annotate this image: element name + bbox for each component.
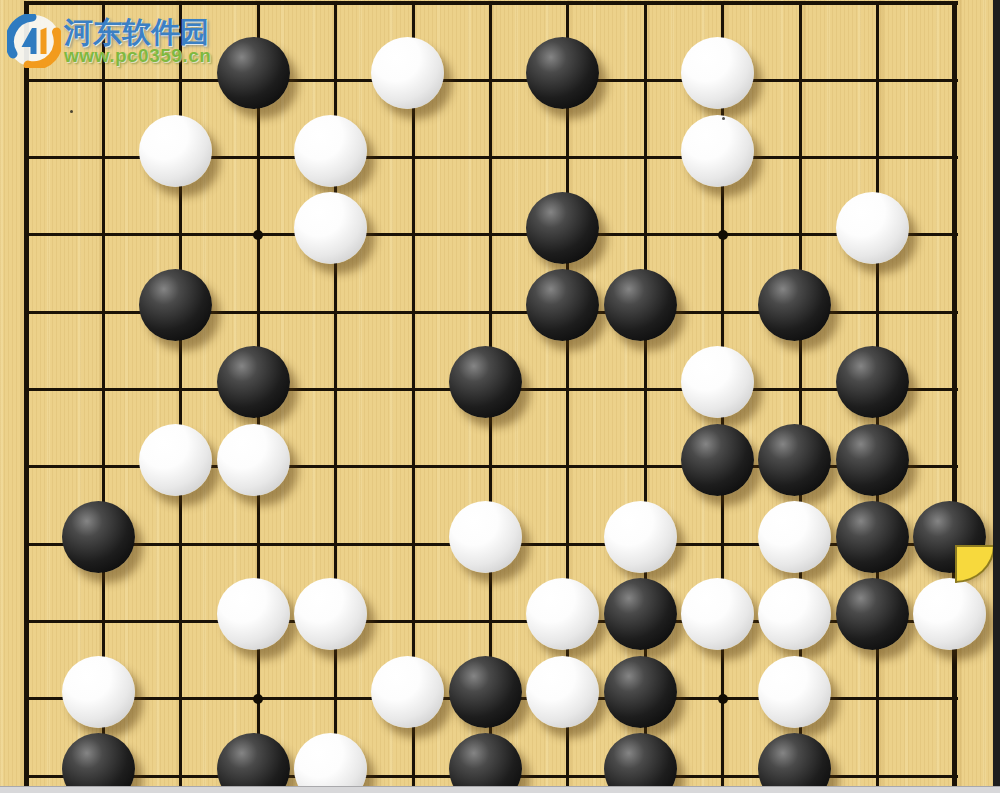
star-point [718, 230, 728, 240]
white-stone [449, 501, 522, 573]
white-stone [758, 656, 831, 728]
black-stone [681, 424, 754, 496]
black-stone [526, 192, 599, 264]
go-board[interactable] [0, 0, 1000, 787]
artifact-dot [722, 117, 725, 120]
black-stone [526, 269, 599, 341]
black-stone [604, 656, 677, 728]
star-point [253, 694, 263, 704]
black-stone [449, 656, 522, 728]
white-stone [836, 192, 909, 264]
white-stone [681, 37, 754, 109]
white-stone [294, 115, 367, 187]
white-stone [294, 578, 367, 650]
white-stone [913, 578, 986, 650]
black-stone [217, 733, 290, 787]
board-grid[interactable] [0, 0, 993, 787]
black-stone [526, 37, 599, 109]
star-point [253, 230, 263, 240]
watermark-logo-icon [7, 14, 61, 72]
black-stone [139, 269, 212, 341]
white-stone [681, 115, 754, 187]
white-stone [526, 656, 599, 728]
white-stone [139, 424, 212, 496]
black-stone [604, 578, 677, 650]
white-stone [526, 578, 599, 650]
black-stone [758, 733, 831, 787]
watermark-site-url: www.pc0359.cn [64, 45, 364, 67]
white-stone [371, 37, 444, 109]
black-stone [836, 501, 909, 573]
white-stone [681, 578, 754, 650]
white-stone [681, 346, 754, 418]
white-stone [604, 501, 677, 573]
black-stone [449, 346, 522, 418]
white-stone [758, 501, 831, 573]
black-stone [836, 346, 909, 418]
window-bottom-bar [0, 786, 1000, 793]
black-stone [758, 269, 831, 341]
white-stone [758, 578, 831, 650]
black-stone [836, 424, 909, 496]
white-stone [371, 656, 444, 728]
black-stone [62, 733, 135, 787]
white-stone [217, 424, 290, 496]
black-stone [449, 733, 522, 787]
black-stone [836, 578, 909, 650]
go-app-screenshot: 河东软件园 www.pc0359.cn [0, 0, 1000, 793]
white-stone [217, 578, 290, 650]
white-stone [294, 733, 367, 787]
black-stone [604, 269, 677, 341]
black-stone [62, 501, 135, 573]
artifact-dot [70, 110, 73, 113]
black-stone [604, 733, 677, 787]
window-right-edge [993, 0, 1000, 787]
white-stone [294, 192, 367, 264]
white-stone [62, 656, 135, 728]
star-point [718, 694, 728, 704]
black-stone [217, 346, 290, 418]
white-stone [139, 115, 212, 187]
black-stone [758, 424, 831, 496]
